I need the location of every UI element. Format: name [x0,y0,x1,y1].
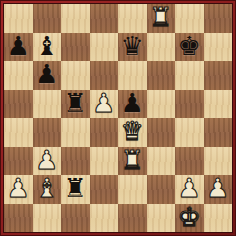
square-h4[interactable] [204,118,233,147]
square-a6[interactable] [4,61,33,90]
square-e1[interactable] [118,204,147,233]
square-h5[interactable] [204,90,233,119]
piece-black-king[interactable]: ♚ [178,33,201,60]
square-g1[interactable]: ♚ [175,204,204,233]
piece-black-bishop[interactable]: ♝ [35,33,58,60]
square-f1[interactable] [147,204,176,233]
square-h2[interactable]: ♟ [204,175,233,204]
square-d2[interactable] [90,175,119,204]
square-e8[interactable] [118,4,147,33]
square-f2[interactable] [147,175,176,204]
square-a4[interactable] [4,118,33,147]
square-b8[interactable] [33,4,62,33]
piece-white-pawn[interactable]: ♟ [35,147,58,174]
square-a2[interactable]: ♟ [4,175,33,204]
square-h1[interactable] [204,204,233,233]
board-frame: ♜♟♝♛♚♟♜♟♟♛♟♜♟♝♜♟♟♚ [0,0,236,236]
square-d8[interactable] [90,4,119,33]
square-e2[interactable] [118,175,147,204]
square-g7[interactable]: ♚ [175,33,204,62]
piece-white-king[interactable]: ♚ [178,204,201,231]
square-g8[interactable] [175,4,204,33]
piece-black-rook[interactable]: ♜ [64,90,87,117]
piece-black-rook[interactable]: ♜ [64,175,87,202]
square-f6[interactable] [147,61,176,90]
square-h6[interactable] [204,61,233,90]
square-g6[interactable] [175,61,204,90]
square-e4[interactable]: ♛ [118,118,147,147]
square-g2[interactable]: ♟ [175,175,204,204]
square-c1[interactable] [61,204,90,233]
piece-white-rook[interactable]: ♜ [121,147,144,174]
square-c6[interactable] [61,61,90,90]
piece-black-pawn[interactable]: ♟ [35,61,58,88]
chess-board: ♜♟♝♛♚♟♜♟♟♛♟♜♟♝♜♟♟♚ [4,4,232,232]
square-f4[interactable] [147,118,176,147]
piece-white-pawn[interactable]: ♟ [178,175,201,202]
square-g5[interactable] [175,90,204,119]
square-e6[interactable] [118,61,147,90]
square-b3[interactable]: ♟ [33,147,62,176]
square-c5[interactable]: ♜ [61,90,90,119]
square-d4[interactable] [90,118,119,147]
square-b4[interactable] [33,118,62,147]
square-a7[interactable]: ♟ [4,33,33,62]
square-c2[interactable]: ♜ [61,175,90,204]
square-b5[interactable] [33,90,62,119]
square-f3[interactable] [147,147,176,176]
piece-white-pawn[interactable]: ♟ [206,175,229,202]
square-a5[interactable] [4,90,33,119]
piece-white-pawn[interactable]: ♟ [92,90,115,117]
square-f5[interactable] [147,90,176,119]
square-a8[interactable] [4,4,33,33]
square-b6[interactable]: ♟ [33,61,62,90]
square-d3[interactable] [90,147,119,176]
square-e5[interactable]: ♟ [118,90,147,119]
square-g3[interactable] [175,147,204,176]
piece-white-pawn[interactable]: ♟ [7,175,30,202]
square-g4[interactable] [175,118,204,147]
square-h8[interactable] [204,4,233,33]
square-c4[interactable] [61,118,90,147]
square-d5[interactable]: ♟ [90,90,119,119]
square-d6[interactable] [90,61,119,90]
piece-black-queen[interactable]: ♛ [121,33,144,60]
square-d1[interactable] [90,204,119,233]
square-c7[interactable] [61,33,90,62]
square-h7[interactable] [204,33,233,62]
square-e7[interactable]: ♛ [118,33,147,62]
square-a3[interactable] [4,147,33,176]
square-c3[interactable] [61,147,90,176]
square-b1[interactable] [33,204,62,233]
square-d7[interactable] [90,33,119,62]
square-a1[interactable] [4,204,33,233]
piece-black-pawn[interactable]: ♟ [121,90,144,117]
piece-white-bishop[interactable]: ♝ [35,175,58,202]
piece-white-rook[interactable]: ♜ [149,4,172,31]
square-c8[interactable] [61,4,90,33]
square-h3[interactable] [204,147,233,176]
piece-white-queen[interactable]: ♛ [121,118,144,145]
square-e3[interactable]: ♜ [118,147,147,176]
square-b7[interactable]: ♝ [33,33,62,62]
square-f7[interactable] [147,33,176,62]
piece-black-pawn[interactable]: ♟ [7,33,30,60]
square-f8[interactable]: ♜ [147,4,176,33]
square-b2[interactable]: ♝ [33,175,62,204]
